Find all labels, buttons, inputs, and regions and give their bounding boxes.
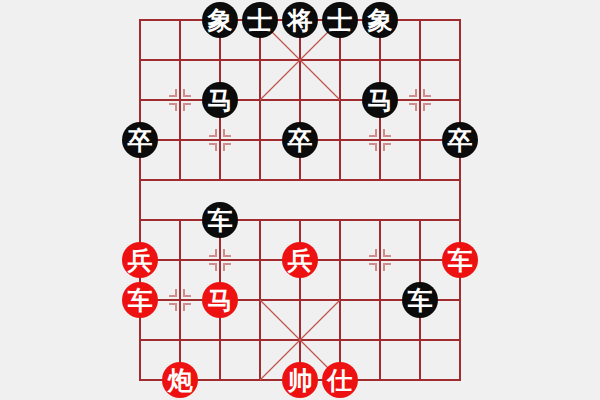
piece-layer: 象士将士象马马卒卒卒车兵兵车车马车炮帅仕 <box>120 0 480 400</box>
red-advisor[interactable]: 仕 <box>322 362 358 398</box>
red-soldier[interactable]: 兵 <box>282 242 318 278</box>
black-soldier[interactable]: 卒 <box>442 122 478 158</box>
black-soldier[interactable]: 卒 <box>122 122 158 158</box>
red-soldier[interactable]: 兵 <box>122 242 158 278</box>
black-chariot[interactable]: 车 <box>202 202 238 238</box>
red-chariot[interactable]: 车 <box>122 282 158 318</box>
red-horse[interactable]: 马 <box>202 282 238 318</box>
black-advisor[interactable]: 士 <box>242 2 278 38</box>
red-cannon[interactable]: 炮 <box>162 362 198 398</box>
black-horse[interactable]: 马 <box>202 82 238 118</box>
black-horse[interactable]: 马 <box>362 82 398 118</box>
red-chariot[interactable]: 车 <box>442 242 478 278</box>
red-general[interactable]: 帅 <box>282 362 318 398</box>
black-soldier[interactable]: 卒 <box>282 122 318 158</box>
black-general[interactable]: 将 <box>282 2 318 38</box>
black-elephant[interactable]: 象 <box>202 2 238 38</box>
black-chariot[interactable]: 车 <box>402 282 438 318</box>
xiangqi-board: 象士将士象马马卒卒卒车兵兵车车马车炮帅仕 <box>0 0 600 400</box>
black-advisor[interactable]: 士 <box>322 2 358 38</box>
black-elephant[interactable]: 象 <box>362 2 398 38</box>
